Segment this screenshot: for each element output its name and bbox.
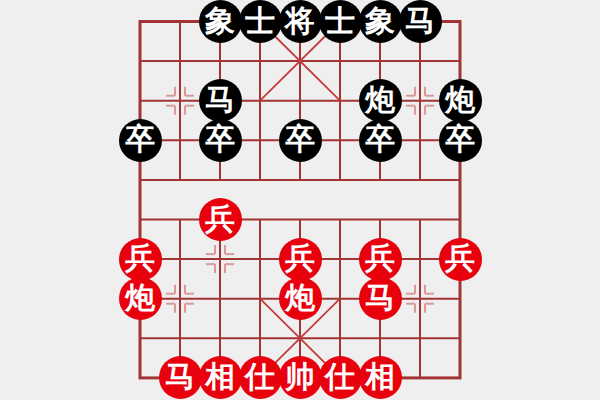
piece-glyph: 将	[285, 6, 315, 36]
piece-red-horse[interactable]: 马	[159, 356, 202, 399]
piece-red-advisor[interactable]: 仕	[319, 356, 362, 399]
piece-black-advisor[interactable]: 士	[319, 0, 362, 43]
piece-glyph: 象	[365, 6, 395, 36]
piece-glyph: 卒	[285, 124, 315, 154]
piece-red-soldier[interactable]: 兵	[199, 198, 242, 241]
piece-glyph: 仕	[325, 362, 355, 392]
piece-black-cannon[interactable]: 炮	[439, 79, 482, 122]
piece-black-horse[interactable]: 马	[199, 79, 242, 122]
piece-black-soldier[interactable]: 卒	[199, 119, 242, 162]
piece-glyph: 马	[365, 283, 395, 313]
piece-glyph: 马	[405, 6, 435, 36]
piece-glyph: 相	[365, 362, 395, 392]
piece-glyph: 炮	[445, 85, 475, 115]
piece-red-soldier[interactable]: 兵	[439, 238, 482, 281]
xiangqi-board: 象士将士象马马炮炮卒卒卒卒卒兵兵兵兵兵炮炮马马相仕帅仕相	[0, 0, 600, 400]
piece-glyph: 马	[205, 85, 235, 115]
piece-black-soldier[interactable]: 卒	[439, 119, 482, 162]
piece-red-cannon[interactable]: 炮	[119, 277, 162, 320]
piece-black-soldier[interactable]: 卒	[119, 119, 162, 162]
piece-glyph: 马	[165, 362, 195, 392]
piece-black-cannon[interactable]: 炮	[359, 79, 402, 122]
piece-black-elephant[interactable]: 象	[359, 0, 402, 43]
piece-glyph: 士	[325, 6, 355, 36]
piece-black-soldier[interactable]: 卒	[359, 119, 402, 162]
piece-glyph: 炮	[365, 85, 395, 115]
piece-black-advisor[interactable]: 士	[239, 0, 282, 43]
piece-red-soldier[interactable]: 兵	[359, 238, 402, 281]
piece-red-general[interactable]: 帅	[279, 356, 322, 399]
piece-black-elephant[interactable]: 象	[199, 0, 242, 43]
piece-red-soldier[interactable]: 兵	[279, 238, 322, 281]
piece-black-soldier[interactable]: 卒	[279, 119, 322, 162]
piece-glyph: 象	[205, 6, 235, 36]
piece-glyph: 帅	[285, 362, 315, 392]
piece-red-elephant[interactable]: 相	[359, 356, 402, 399]
piece-glyph: 兵	[365, 243, 395, 273]
piece-glyph: 兵	[125, 243, 155, 273]
piece-red-soldier[interactable]: 兵	[119, 238, 162, 281]
piece-glyph: 士	[245, 6, 275, 36]
piece-glyph: 卒	[205, 124, 235, 154]
piece-layer: 象士将士象马马炮炮卒卒卒卒卒兵兵兵兵兵炮炮马马相仕帅仕相	[0, 0, 600, 400]
piece-glyph: 炮	[125, 283, 155, 313]
piece-glyph: 兵	[205, 204, 235, 234]
piece-glyph: 兵	[285, 243, 315, 273]
piece-glyph: 卒	[125, 124, 155, 154]
piece-red-advisor[interactable]: 仕	[239, 356, 282, 399]
piece-red-elephant[interactable]: 相	[199, 356, 242, 399]
piece-glyph: 炮	[285, 283, 315, 313]
xiangqi-app-screen: 象士将士象马马炮炮卒卒卒卒卒兵兵兵兵兵炮炮马马相仕帅仕相	[0, 0, 600, 400]
piece-glyph: 卒	[445, 124, 475, 154]
piece-red-horse[interactable]: 马	[359, 277, 402, 320]
piece-glyph: 相	[205, 362, 235, 392]
piece-red-cannon[interactable]: 炮	[279, 277, 322, 320]
piece-glyph: 卒	[365, 124, 395, 154]
piece-black-general[interactable]: 将	[279, 0, 322, 43]
piece-black-horse[interactable]: 马	[399, 0, 442, 43]
piece-glyph: 兵	[445, 243, 475, 273]
piece-glyph: 仕	[245, 362, 275, 392]
